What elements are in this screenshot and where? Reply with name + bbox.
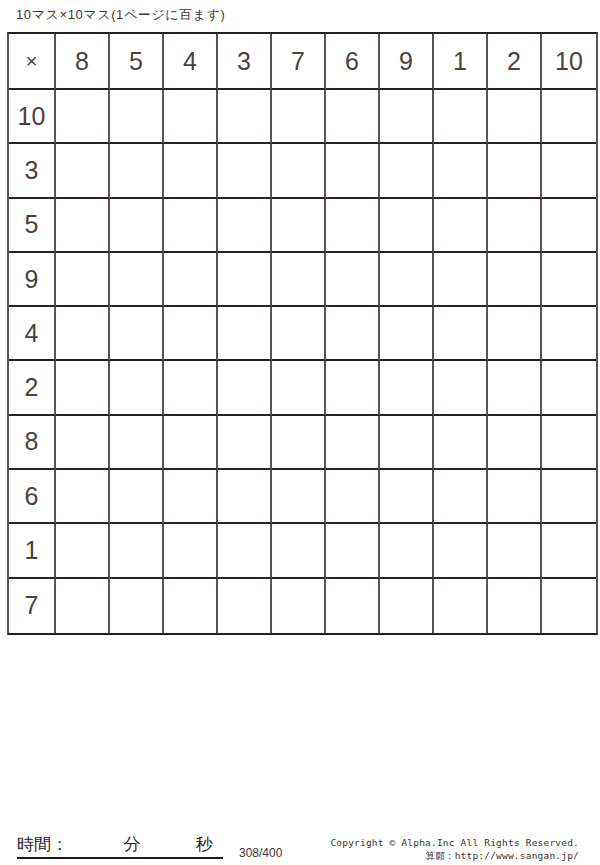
row-header-cell: 7 bbox=[9, 579, 56, 633]
answer-cell[interactable] bbox=[380, 524, 434, 578]
answer-cell[interactable] bbox=[380, 199, 434, 253]
row-header-cell: 4 bbox=[9, 307, 56, 361]
answer-cell[interactable] bbox=[488, 470, 542, 524]
worksheet-title: 10マス×10マス(1ページに百ます) bbox=[16, 6, 226, 24]
col-header-cell: 7 bbox=[272, 34, 326, 90]
answer-cell[interactable] bbox=[542, 90, 596, 144]
answer-cell[interactable] bbox=[326, 199, 380, 253]
answer-cell[interactable] bbox=[326, 90, 380, 144]
answer-cell[interactable] bbox=[272, 144, 326, 198]
answer-cell[interactable] bbox=[434, 524, 488, 578]
answer-cell[interactable] bbox=[164, 307, 218, 361]
answer-cell[interactable] bbox=[542, 307, 596, 361]
answer-cell[interactable] bbox=[56, 470, 110, 524]
answer-cell[interactable] bbox=[272, 253, 326, 307]
col-header-cell: 8 bbox=[56, 34, 110, 90]
answer-cell[interactable] bbox=[272, 579, 326, 633]
operator-cell: × bbox=[9, 34, 56, 90]
answer-cell[interactable] bbox=[542, 144, 596, 198]
site-url-line: 算願：http://www.sangan.jp/ bbox=[330, 850, 579, 863]
answer-cell[interactable] bbox=[488, 416, 542, 470]
answer-cell[interactable] bbox=[218, 253, 272, 307]
col-header-cell: 9 bbox=[380, 34, 434, 90]
answer-cell[interactable] bbox=[326, 579, 380, 633]
answer-cell[interactable] bbox=[542, 361, 596, 415]
answer-cell[interactable] bbox=[488, 361, 542, 415]
answer-cell[interactable] bbox=[542, 524, 596, 578]
answer-cell[interactable] bbox=[380, 361, 434, 415]
time-label: 時間： bbox=[17, 833, 68, 856]
answer-cell[interactable] bbox=[110, 361, 164, 415]
answer-cell[interactable] bbox=[326, 416, 380, 470]
answer-cell[interactable] bbox=[218, 524, 272, 578]
answer-cell[interactable] bbox=[326, 524, 380, 578]
answer-cell[interactable] bbox=[164, 90, 218, 144]
answer-cell[interactable] bbox=[380, 579, 434, 633]
answer-cell[interactable] bbox=[218, 470, 272, 524]
answer-cell[interactable] bbox=[110, 199, 164, 253]
answer-cell[interactable] bbox=[56, 579, 110, 633]
col-header-cell: 2 bbox=[488, 34, 542, 90]
answer-cell[interactable] bbox=[164, 144, 218, 198]
answer-cell[interactable] bbox=[326, 307, 380, 361]
answer-cell[interactable] bbox=[110, 470, 164, 524]
page-number: 308/400 bbox=[239, 846, 282, 860]
answer-cell[interactable] bbox=[218, 199, 272, 253]
answer-cell[interactable] bbox=[272, 90, 326, 144]
answer-cell[interactable] bbox=[542, 253, 596, 307]
answer-cell[interactable] bbox=[434, 90, 488, 144]
answer-cell[interactable] bbox=[326, 361, 380, 415]
answer-cell[interactable] bbox=[434, 361, 488, 415]
answer-cell[interactable] bbox=[56, 524, 110, 578]
answer-cell[interactable] bbox=[488, 90, 542, 144]
answer-cell[interactable] bbox=[488, 199, 542, 253]
answer-cell[interactable] bbox=[542, 199, 596, 253]
answer-cell[interactable] bbox=[272, 307, 326, 361]
row-header-cell: 5 bbox=[9, 199, 56, 253]
answer-cell[interactable] bbox=[380, 416, 434, 470]
answer-cell[interactable] bbox=[56, 361, 110, 415]
answer-cell[interactable] bbox=[434, 416, 488, 470]
answer-cell[interactable] bbox=[434, 144, 488, 198]
answer-cell[interactable] bbox=[488, 144, 542, 198]
answer-cell[interactable] bbox=[110, 579, 164, 633]
row-header-cell: 6 bbox=[9, 470, 56, 524]
time-entry-line: 時間： 分 秒 bbox=[17, 837, 223, 859]
answer-cell[interactable] bbox=[218, 579, 272, 633]
answer-cell[interactable] bbox=[110, 416, 164, 470]
row-header-cell: 1 bbox=[9, 524, 56, 578]
answer-cell[interactable] bbox=[380, 144, 434, 198]
seconds-label: 秒 bbox=[196, 833, 213, 856]
answer-cell[interactable] bbox=[272, 416, 326, 470]
answer-cell[interactable] bbox=[218, 307, 272, 361]
answer-cell[interactable] bbox=[218, 144, 272, 198]
col-header-cell: 3 bbox=[218, 34, 272, 90]
row-header-cell: 8 bbox=[9, 416, 56, 470]
answer-cell[interactable] bbox=[218, 361, 272, 415]
answer-cell[interactable] bbox=[56, 307, 110, 361]
answer-cell[interactable] bbox=[56, 253, 110, 307]
copyright-block: Copyright © Alpha.Inc All Rights Reserve… bbox=[330, 837, 579, 862]
answer-cell[interactable] bbox=[56, 416, 110, 470]
answer-cell[interactable] bbox=[272, 361, 326, 415]
row-header-cell: 10 bbox=[9, 90, 56, 144]
answer-cell[interactable] bbox=[542, 416, 596, 470]
answer-cell[interactable] bbox=[110, 307, 164, 361]
minutes-label: 分 bbox=[124, 833, 141, 856]
col-header-cell: 6 bbox=[326, 34, 380, 90]
answer-cell[interactable] bbox=[488, 579, 542, 633]
answer-cell[interactable] bbox=[380, 90, 434, 144]
answer-cell[interactable] bbox=[164, 199, 218, 253]
row-header-cell: 3 bbox=[9, 144, 56, 198]
answer-cell[interactable] bbox=[272, 524, 326, 578]
answer-cell[interactable] bbox=[326, 144, 380, 198]
row-header-cell: 2 bbox=[9, 361, 56, 415]
answer-cell[interactable] bbox=[110, 524, 164, 578]
answer-cell[interactable] bbox=[434, 307, 488, 361]
answer-cell[interactable] bbox=[434, 579, 488, 633]
answer-cell[interactable] bbox=[326, 253, 380, 307]
answer-cell[interactable] bbox=[488, 524, 542, 578]
col-header-cell: 10 bbox=[542, 34, 596, 90]
copyright-line: Copyright © Alpha.Inc All Rights Reserve… bbox=[330, 837, 579, 850]
answer-cell[interactable] bbox=[434, 470, 488, 524]
col-header-cell: 4 bbox=[164, 34, 218, 90]
answer-cell[interactable] bbox=[56, 144, 110, 198]
answer-cell[interactable] bbox=[434, 199, 488, 253]
answer-cell[interactable] bbox=[164, 253, 218, 307]
col-header-cell: 1 bbox=[434, 34, 488, 90]
answer-cell[interactable] bbox=[164, 579, 218, 633]
answer-cell[interactable] bbox=[380, 253, 434, 307]
answer-cell[interactable] bbox=[434, 253, 488, 307]
answer-cell[interactable] bbox=[110, 144, 164, 198]
col-header-cell: 5 bbox=[110, 34, 164, 90]
answer-cell[interactable] bbox=[326, 470, 380, 524]
answer-cell[interactable] bbox=[218, 416, 272, 470]
answer-cell[interactable] bbox=[272, 199, 326, 253]
row-header-cell: 9 bbox=[9, 253, 56, 307]
answer-cell[interactable] bbox=[488, 307, 542, 361]
answer-cell[interactable] bbox=[380, 307, 434, 361]
answer-cell[interactable] bbox=[164, 361, 218, 415]
answer-cell[interactable] bbox=[164, 524, 218, 578]
answer-cell[interactable] bbox=[542, 579, 596, 633]
answer-cell[interactable] bbox=[164, 470, 218, 524]
answer-cell[interactable] bbox=[110, 253, 164, 307]
answer-cell[interactable] bbox=[56, 199, 110, 253]
answer-cell[interactable] bbox=[218, 90, 272, 144]
answer-cell[interactable] bbox=[488, 253, 542, 307]
answer-cell[interactable] bbox=[110, 90, 164, 144]
answer-cell[interactable] bbox=[164, 416, 218, 470]
answer-cell[interactable] bbox=[542, 470, 596, 524]
answer-cell[interactable] bbox=[380, 470, 434, 524]
answer-cell[interactable] bbox=[272, 470, 326, 524]
multiplication-grid: ×8543769121010359428617 bbox=[7, 32, 598, 635]
answer-cell[interactable] bbox=[56, 90, 110, 144]
